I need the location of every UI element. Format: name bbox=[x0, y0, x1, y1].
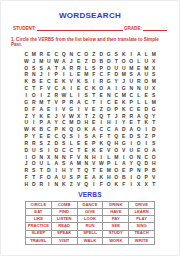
grid-cell-r13c16: S bbox=[135, 133, 143, 140]
grid-cell-r9c13: P bbox=[113, 106, 121, 113]
verb-cell-eat: EAT bbox=[26, 209, 52, 216]
grid-cell-r2c4: U bbox=[45, 58, 53, 65]
grid-cell-r13c5: C bbox=[53, 133, 61, 140]
grid-cell-r19c17: P bbox=[143, 174, 151, 181]
grid-cell-r15c12: V bbox=[105, 147, 113, 154]
grid-cell-r7c11: E bbox=[98, 92, 106, 99]
grid-cell-r8c13: E bbox=[113, 99, 121, 106]
grid-cell-r14c13: H bbox=[113, 140, 121, 147]
verb-cell-give: GIVE bbox=[77, 209, 103, 216]
grade-label: GRADE: bbox=[124, 26, 142, 31]
grid-cell-r13c2: Y bbox=[30, 133, 38, 140]
grid-cell-r2c2: J bbox=[30, 58, 38, 65]
grid-cell-r1c4: E bbox=[45, 51, 53, 58]
verb-cell-visit: VISIT bbox=[51, 237, 77, 244]
grid-cell-r20c10: I bbox=[90, 181, 98, 188]
grid-cell-r9c17: D bbox=[143, 106, 151, 113]
verb-cell-sing: SING bbox=[129, 223, 155, 230]
grid-cell-r20c6: K bbox=[60, 181, 68, 188]
grid-cell-r15c15: U bbox=[128, 147, 136, 154]
grid-cell-r9c5: I bbox=[53, 106, 61, 113]
grid-cell-r9c18: G bbox=[150, 106, 158, 113]
grid-cell-r13c6: Q bbox=[60, 133, 68, 140]
grid-cell-r13c17: Z bbox=[143, 133, 151, 140]
grid-cell-r8c2: R bbox=[30, 99, 38, 106]
student-grade-row: STUDENT: GRADE: bbox=[13, 26, 167, 31]
grid-cell-r9c4: E bbox=[45, 106, 53, 113]
grid-cell-r8c16: L bbox=[135, 99, 143, 106]
grid-cell-r1c11: D bbox=[98, 51, 106, 58]
grid-cell-r15c17: O bbox=[143, 147, 151, 154]
grid-cell-r13c11: F bbox=[98, 133, 106, 140]
grid-cell-r13c13: Q bbox=[113, 133, 121, 140]
grid-cell-r1c10: Z bbox=[90, 51, 98, 58]
grid-cell-r15c7: C bbox=[68, 147, 76, 154]
grid-cell-r8c9: C bbox=[83, 99, 91, 106]
verb-cell-practice: PRACTICE bbox=[26, 223, 52, 230]
grid-cell-r14c4: Z bbox=[45, 140, 53, 147]
grid-cell-r19c7: S bbox=[68, 174, 76, 181]
grid-cell-r14c8: E bbox=[75, 140, 83, 147]
verb-cell-drive: DRIVE bbox=[129, 201, 155, 208]
grid-cell-r9c10: E bbox=[90, 106, 98, 113]
grid-cell-r1c1: C bbox=[23, 51, 31, 58]
grid-cell-r7c1: I bbox=[23, 92, 31, 99]
verb-cell-walk: WALK bbox=[77, 237, 103, 244]
grid-cell-r9c2: F bbox=[30, 106, 38, 113]
grid-cell-r1c13: S bbox=[113, 51, 121, 58]
verb-cell-find: FIND bbox=[51, 209, 77, 216]
grid-cell-r8c11: I bbox=[98, 99, 106, 106]
grid-cell-r8c3: M bbox=[38, 99, 46, 106]
grid-cell-r7c17: E bbox=[143, 92, 151, 99]
grid-cell-r1c2: M bbox=[30, 51, 38, 58]
grid-cell-r14c18: S bbox=[150, 140, 158, 147]
grid-cell-r1c9: O bbox=[83, 51, 91, 58]
grid-cell-r20c7: Z bbox=[68, 181, 76, 188]
grid-cell-r14c10: P bbox=[90, 140, 98, 147]
grid-cell-r20c4: I bbox=[45, 181, 53, 188]
grid-cell-r20c8: V bbox=[75, 181, 83, 188]
grid-cell-r20c16: X bbox=[135, 181, 143, 188]
grid-cell-r20c15: I bbox=[128, 181, 136, 188]
verbs-table-row: PRACTICEREADRUNSEESING bbox=[26, 223, 155, 230]
grid-cell-r2c18: X bbox=[150, 58, 158, 65]
grid-cell-r2c14: O bbox=[120, 58, 128, 65]
grid-cell-r13c7: S bbox=[68, 133, 76, 140]
grid-cell-r13c10: A bbox=[90, 133, 98, 140]
grid-cell-r8c4: T bbox=[45, 99, 53, 106]
grid-cell-r9c11: Z bbox=[98, 106, 106, 113]
grid-cell-r2c5: W bbox=[53, 58, 61, 65]
grid-cell-r13c8: I bbox=[75, 133, 83, 140]
verb-cell-dance: DANCE bbox=[77, 201, 103, 208]
verb-cell-spell: SPELL bbox=[77, 230, 103, 237]
grid-cell-r9c14: K bbox=[120, 106, 128, 113]
grid-cell-r13c4: E bbox=[45, 133, 53, 140]
grid-cell-r19c4: O bbox=[45, 174, 53, 181]
grid-cell-r1c17: L bbox=[143, 51, 151, 58]
grid-cell-r2c10: D bbox=[90, 58, 98, 65]
grid-cell-r7c16: L bbox=[135, 92, 143, 99]
verbs-table-row: LIKELISTENLOOKPAYPLAY bbox=[26, 216, 155, 223]
grid-cell-r19c12: H bbox=[105, 174, 113, 181]
grid-cell-r1c5: C bbox=[53, 51, 61, 58]
grid-cell-r7c12: N bbox=[105, 92, 113, 99]
grid-cell-r15c16: E bbox=[135, 147, 143, 154]
verb-cell-see: SEE bbox=[103, 223, 129, 230]
grid-cell-r15c18: A bbox=[150, 147, 158, 154]
grid-cell-r2c1: W bbox=[23, 58, 31, 65]
grid-cell-r14c15: I bbox=[128, 140, 136, 147]
grid-cell-r15c14: V bbox=[120, 147, 128, 154]
grid-cell-r15c4: I bbox=[45, 147, 53, 154]
verb-cell-travel: TRAVEL bbox=[26, 237, 52, 244]
grid-cell-r9c3: A bbox=[38, 106, 46, 113]
grid-cell-r7c18: S bbox=[150, 92, 158, 99]
grid-cell-r19c9: E bbox=[83, 174, 91, 181]
grid-cell-r19c8: P bbox=[75, 174, 83, 181]
verbs-heading: VERBS bbox=[1, 191, 179, 198]
grid-cell-r19c6: U bbox=[60, 174, 68, 181]
grid-cell-r13c12: T bbox=[105, 133, 113, 140]
grid-cell-r19c16: O bbox=[135, 174, 143, 181]
grid-cell-r2c13: T bbox=[113, 58, 121, 65]
grid-cell-r13c1: P bbox=[23, 133, 31, 140]
grid-cell-r9c16: E bbox=[135, 106, 143, 113]
grid-cell-r13c18: P bbox=[150, 133, 158, 140]
verbs-table-row: TRAVELVISITWALKWORKWRITE bbox=[26, 237, 155, 244]
grid-cell-r20c17: X bbox=[143, 181, 151, 188]
grid-cell-r9c7: G bbox=[68, 106, 76, 113]
grid-cell-r20c2: D bbox=[30, 181, 38, 188]
grid-cell-r15c1: D bbox=[23, 147, 31, 154]
verbs-table-row: EATFINDGIVEHAVELEARN bbox=[26, 209, 155, 216]
grid-cell-r7c10: T bbox=[90, 92, 98, 99]
grid-cell-r8c6: P bbox=[60, 99, 68, 106]
grid-cell-r15c6: C bbox=[60, 147, 68, 154]
grid-cell-r9c12: O bbox=[105, 106, 113, 113]
grid-cell-r7c3: I bbox=[38, 92, 46, 99]
instruction-text: 1. Circle the VERBS from the list below … bbox=[11, 37, 169, 47]
grid-cell-r2c16: L bbox=[135, 58, 143, 65]
verb-cell-listen: LISTEN bbox=[51, 216, 77, 223]
verb-cell-read: READ bbox=[51, 223, 77, 230]
grid-cell-r2c7: J bbox=[68, 58, 76, 65]
grid-cell-r1c7: N bbox=[68, 51, 76, 58]
grid-cell-r14c12: Q bbox=[105, 140, 113, 147]
verb-cell-drink: DRINK bbox=[103, 201, 129, 208]
grid-cell-r13c3: E bbox=[38, 133, 46, 140]
grid-cell-r2c9: Z bbox=[83, 58, 91, 65]
grade-blank-line bbox=[143, 26, 167, 31]
grid-cell-r15c10: K bbox=[90, 147, 98, 154]
verb-cell-write: WRITE bbox=[129, 237, 155, 244]
grid-cell-r15c5: O bbox=[53, 147, 61, 154]
grid-cell-r8c17: L bbox=[143, 99, 151, 106]
worksheet-page: WORDSEARCH STUDENT: GRADE: 1. Circle the… bbox=[0, 0, 180, 256]
grid-cell-r9c1: D bbox=[23, 106, 31, 113]
page-title: WORDSEARCH bbox=[1, 12, 179, 20]
grid-cell-r14c6: S bbox=[60, 140, 68, 147]
grid-cell-r8c1: G bbox=[23, 99, 31, 106]
grid-cell-r7c8: I bbox=[75, 92, 83, 99]
verb-cell-run: RUN bbox=[77, 223, 103, 230]
grid-cell-r15c13: O bbox=[113, 147, 121, 154]
grid-cell-r2c17: U bbox=[143, 58, 151, 65]
grid-cell-r2c11: B bbox=[98, 58, 106, 65]
grid-cell-r20c12: O bbox=[105, 181, 113, 188]
grid-cell-r8c12: C bbox=[105, 99, 113, 106]
grid-cell-r15c3: S bbox=[38, 147, 46, 154]
grid-cell-r7c9: S bbox=[83, 92, 91, 99]
grid-cell-r8c7: R bbox=[68, 99, 76, 106]
verb-cell-circle: CIRCLE bbox=[26, 201, 52, 208]
grid-cell-r8c14: K bbox=[120, 99, 128, 106]
grid-cell-r20c13: K bbox=[113, 181, 121, 188]
grid-cell-r2c3: M bbox=[38, 58, 46, 65]
grid-cell-r13c15: D bbox=[128, 133, 136, 140]
grid-cell-r1c18: M bbox=[150, 51, 158, 58]
grid-cell-r7c4: Z bbox=[45, 92, 53, 99]
verb-cell-speak: SPEAK bbox=[51, 230, 77, 237]
grid-cell-r19c2: T bbox=[30, 174, 38, 181]
wordsearch-grid: CMRECQNCOZDGSKIALMWJMUWAJEZDBOTOOLUXOSSA… bbox=[1, 51, 179, 188]
grid-cell-r1c8: C bbox=[75, 51, 83, 58]
verb-cell-learn: LEARN bbox=[129, 209, 155, 216]
grid-cell-r14c7: L bbox=[68, 140, 76, 147]
grid-cell-r2c8: E bbox=[75, 58, 83, 65]
grid-cell-r15c11: E bbox=[98, 147, 106, 154]
grid-cell-r8c8: A bbox=[75, 99, 83, 106]
grid-cell-r19c13: O bbox=[113, 174, 121, 181]
grid-cell-r7c14: M bbox=[120, 92, 128, 99]
grid-cell-r7c13: C bbox=[113, 92, 121, 99]
grid-cell-r19c11: K bbox=[98, 174, 106, 181]
verb-cell-work: WORK bbox=[103, 237, 129, 244]
grid-cell-r1c14: K bbox=[120, 51, 128, 58]
verbs-table-row: SLEEPSPEAKSPELLSTUDYTEACH bbox=[26, 230, 155, 237]
grid-cell-r14c9: E bbox=[83, 140, 91, 147]
student-label: STUDENT: bbox=[13, 26, 36, 31]
verbs-table: CIRCLECOMBDANCEDRINKDRIVEEATFINDGIVEHAVE… bbox=[25, 201, 155, 245]
grid-cell-r20c14: F bbox=[120, 181, 128, 188]
grid-cell-r14c5: D bbox=[53, 140, 61, 147]
grid-cell-r15c2: U bbox=[30, 147, 38, 154]
grid-cell-r20c1: H bbox=[23, 181, 31, 188]
grid-cell-r8c10: T bbox=[90, 99, 98, 106]
grid-cell-r7c6: W bbox=[60, 92, 68, 99]
grid-cell-r7c2: O bbox=[30, 92, 38, 99]
grid-cell-r7c15: C bbox=[128, 92, 136, 99]
grid-cell-r13c14: E bbox=[120, 133, 128, 140]
grid-cell-r8c18: M bbox=[150, 99, 158, 106]
grid-cell-r1c3: R bbox=[38, 51, 46, 58]
grid-cell-r2c15: O bbox=[128, 58, 136, 65]
student-blank-line bbox=[37, 26, 123, 31]
grid-cell-r14c16: O bbox=[135, 140, 143, 147]
grid-cell-r20c18: T bbox=[150, 181, 158, 188]
grid-cell-r19c10: A bbox=[90, 174, 98, 181]
grid-cell-r20c3: R bbox=[38, 181, 46, 188]
grid-cell-r15c9: E bbox=[83, 147, 91, 154]
grid-cell-r20c11: F bbox=[98, 181, 106, 188]
verb-cell-like: LIKE bbox=[26, 216, 52, 223]
grid-cell-r19c14: B bbox=[120, 174, 128, 181]
grid-cell-r2c12: O bbox=[105, 58, 113, 65]
grid-cell-r14c2: R bbox=[30, 140, 38, 147]
grid-cell-r7c7: L bbox=[68, 92, 76, 99]
grid-cell-r14c11: K bbox=[98, 140, 106, 147]
grid-cell-r14c1: R bbox=[23, 140, 31, 147]
grid-cell-r20c9: Q bbox=[83, 181, 91, 188]
grid-cell-r15c8: T bbox=[75, 147, 83, 154]
grid-cell-r20c5: N bbox=[53, 181, 61, 188]
grid-cell-r1c16: A bbox=[135, 51, 143, 58]
grid-cell-r7c5: R bbox=[53, 92, 61, 99]
grid-cell-r19c1: F bbox=[23, 174, 31, 181]
verb-cell-have: HAVE bbox=[103, 209, 129, 216]
grid-cell-r19c5: A bbox=[53, 174, 61, 181]
grid-cell-r8c15: P bbox=[128, 99, 136, 106]
grid-cell-r9c15: C bbox=[128, 106, 136, 113]
grid-cell-r1c6: Q bbox=[60, 51, 68, 58]
grid-cell-r14c17: I bbox=[143, 140, 151, 147]
grid-cell-r14c3: S bbox=[38, 140, 46, 147]
grid-cell-r8c5: V bbox=[53, 99, 61, 106]
verb-cell-study: STUDY bbox=[103, 230, 129, 237]
verbs-table-row: CIRCLECOMBDANCEDRINKDRIVE bbox=[26, 201, 155, 208]
verb-cell-teach: TEACH bbox=[129, 230, 155, 237]
verb-cell-comb: COMB bbox=[51, 201, 77, 208]
grid-cell-r9c6: V bbox=[60, 106, 68, 113]
grid-cell-r1c15: I bbox=[128, 51, 136, 58]
verb-cell-sleep: SLEEP bbox=[26, 230, 52, 237]
grid-cell-r14c14: G bbox=[120, 140, 128, 147]
grid-cell-r19c3: F bbox=[38, 174, 46, 181]
verb-cell-pay: PAY bbox=[103, 216, 129, 223]
grid-cell-r9c9: V bbox=[83, 106, 91, 113]
grid-cell-r1c12: G bbox=[105, 51, 113, 58]
verb-cell-play: PLAY bbox=[129, 216, 155, 223]
grid-cell-r19c15: I bbox=[128, 174, 136, 181]
grid-cell-r13c9: S bbox=[83, 133, 91, 140]
grid-cell-r2c6: A bbox=[60, 58, 68, 65]
grid-cell-r19c18: V bbox=[150, 174, 158, 181]
verb-cell-look: LOOK bbox=[77, 216, 103, 223]
grid-cell-r9c8: I bbox=[75, 106, 83, 113]
